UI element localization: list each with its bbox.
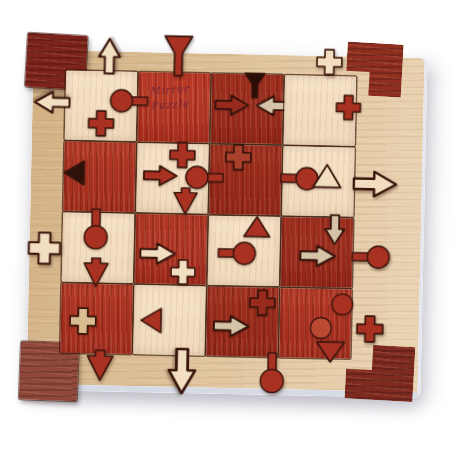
red-circle-knob — [81, 208, 112, 251]
cream-cross-edge[interactable] — [27, 231, 62, 266]
puzzle-piece-r1c4[interactable] — [284, 75, 356, 145]
cross-cutout — [69, 306, 98, 335]
red-cross-knob — [248, 289, 276, 317]
red-funnel-edge[interactable] — [163, 35, 194, 78]
puzzle-piece-r1c3[interactable] — [211, 74, 283, 144]
puzzle-piece-r2c2[interactable] — [136, 143, 208, 213]
puzzle-board: Mirror Puzzle — [26, 50, 427, 398]
red-triangle-knob — [242, 215, 270, 238]
puzzle-piece-r3c1[interactable] — [62, 213, 134, 283]
triangle-outline-cutout — [312, 163, 343, 189]
red-arrow-right-knob — [216, 94, 250, 117]
corner-block-bottom-right[interactable] — [344, 343, 415, 402]
cream-arrow-right-knob — [300, 244, 336, 268]
cream-arrow-right-edge[interactable] — [354, 170, 399, 199]
red-cross-knob — [335, 94, 362, 121]
red-cross-inset — [225, 143, 253, 171]
puzzle-piece-r4c2[interactable] — [133, 285, 205, 355]
red-cross-edge[interactable] — [356, 315, 385, 344]
cream-arrow-right-knob — [141, 242, 177, 266]
circle-outline-knob — [329, 291, 356, 318]
puzzle-grid-area: Mirror Puzzle — [60, 71, 356, 359]
red-circle-knob — [281, 164, 322, 195]
red-arrow-right-knob — [144, 165, 178, 188]
puzzle-piece-r2c4[interactable] — [282, 146, 354, 216]
cream-arrow-down-edge[interactable] — [166, 349, 197, 396]
puzzle-grid — [60, 71, 356, 359]
puzzle-piece-r2c3[interactable] — [209, 145, 281, 215]
puzzle-piece-r1c2[interactable] — [138, 72, 210, 142]
red-circle-edge[interactable] — [256, 353, 287, 396]
red-circle-edge[interactable] — [352, 242, 393, 273]
puzzle-piece-r3c3[interactable] — [208, 216, 280, 286]
funnel-notch-cutout — [243, 72, 266, 98]
cream-arrow-right-knob — [213, 315, 249, 339]
puzzle-piece-r3c2[interactable] — [135, 214, 207, 284]
puzzle-piece-r4c4[interactable] — [279, 288, 351, 358]
cream-arrow-left-edge[interactable] — [33, 90, 69, 115]
cream-arrow-down-knob — [324, 215, 347, 245]
triangle-outline-cutout — [315, 341, 345, 364]
red-funnel-edge[interactable] — [86, 349, 115, 382]
red-triangle-tab-knob — [83, 257, 110, 288]
red-cross-knob — [87, 110, 115, 138]
cream-cross-edge[interactable] — [316, 48, 344, 76]
puzzle-piece-r1c1[interactable] — [65, 71, 137, 141]
red-triangle-left-knob — [140, 307, 163, 333]
red-cross-knob — [168, 141, 196, 169]
photo-background: Mirror Puzzle — [0, 0, 455, 455]
puzzle-piece-r4c1[interactable] — [60, 284, 132, 354]
puzzle-piece-r2c1[interactable] — [63, 142, 135, 212]
puzzle-piece-r3c4[interactable] — [281, 217, 353, 287]
red-circle-knob — [218, 237, 259, 268]
puzzle-piece-r4c3[interactable] — [206, 287, 278, 357]
cream-arrow-up-edge[interactable] — [97, 37, 122, 73]
circle-outline-knob — [308, 314, 335, 341]
cream-cross-knob — [170, 259, 197, 286]
arrow-notch-cutout — [63, 160, 86, 186]
red-triangle-tab-knob — [173, 187, 199, 216]
